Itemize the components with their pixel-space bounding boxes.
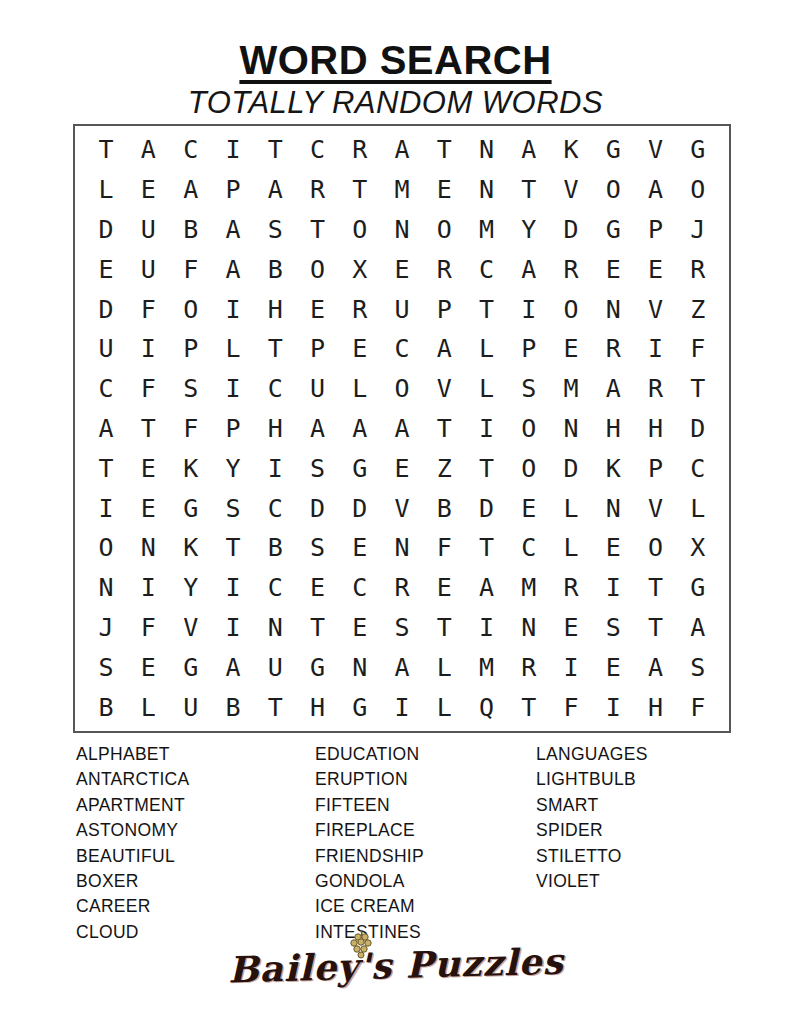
word-list-item[interactable]: CLOUD bbox=[76, 920, 190, 945]
grid-cell[interactable]: T bbox=[85, 130, 127, 170]
grid-cell[interactable]: O bbox=[423, 210, 465, 250]
word-list-item[interactable]: GONDOLA bbox=[315, 869, 424, 894]
grid-cell[interactable]: L bbox=[127, 687, 169, 727]
grid-cell[interactable]: I bbox=[592, 568, 634, 608]
grid-cell[interactable]: I bbox=[85, 488, 127, 528]
grid-cell[interactable]: B bbox=[85, 687, 127, 727]
grid-cell[interactable]: E bbox=[592, 249, 634, 289]
grid-cell[interactable]: H bbox=[254, 289, 296, 329]
grid-cell[interactable]: R bbox=[296, 170, 338, 210]
grid-cell[interactable]: F bbox=[170, 409, 212, 449]
grid-cell[interactable]: H bbox=[296, 687, 338, 727]
grid-cell[interactable]: C bbox=[254, 488, 296, 528]
grid-cell[interactable]: P bbox=[170, 329, 212, 369]
grid-cell[interactable]: L bbox=[339, 369, 381, 409]
grid-cell[interactable]: U bbox=[85, 329, 127, 369]
grid-cell[interactable]: M bbox=[381, 170, 423, 210]
grid-cell[interactable]: C bbox=[508, 528, 550, 568]
grid-cell[interactable]: M bbox=[465, 210, 507, 250]
grid-cell[interactable]: A bbox=[677, 608, 719, 648]
grid-cell[interactable]: E bbox=[127, 448, 169, 488]
grid-cell[interactable]: D bbox=[85, 289, 127, 329]
grid-cell[interactable]: S bbox=[212, 488, 254, 528]
grid-cell[interactable]: U bbox=[381, 289, 423, 329]
word-list-item[interactable]: VIOLET bbox=[536, 869, 648, 894]
grid-cell[interactable]: E bbox=[339, 528, 381, 568]
grid-cell[interactable]: A bbox=[634, 170, 676, 210]
grid-cell[interactable]: B bbox=[423, 488, 465, 528]
grid-cell[interactable]: R bbox=[550, 568, 592, 608]
grid-cell[interactable]: B bbox=[254, 528, 296, 568]
grid-cell[interactable]: I bbox=[550, 647, 592, 687]
grid-cell[interactable]: A bbox=[508, 130, 550, 170]
grid-cell[interactable]: T bbox=[508, 170, 550, 210]
grid-cell[interactable]: N bbox=[127, 528, 169, 568]
grid-cell[interactable]: P bbox=[634, 210, 676, 250]
grid-cell[interactable]: A bbox=[212, 249, 254, 289]
grid-cell[interactable]: Q bbox=[465, 687, 507, 727]
grid-cell[interactable]: R bbox=[677, 249, 719, 289]
grid-cell[interactable]: N bbox=[381, 528, 423, 568]
grid-cell[interactable]: A bbox=[85, 409, 127, 449]
grid-cell[interactable]: U bbox=[296, 369, 338, 409]
grid-cell[interactable]: G bbox=[339, 448, 381, 488]
grid-cell[interactable]: N bbox=[465, 130, 507, 170]
grid-cell[interactable]: I bbox=[212, 369, 254, 409]
grid-cell[interactable]: I bbox=[592, 687, 634, 727]
grid-cell[interactable]: A bbox=[465, 568, 507, 608]
grid-cell[interactable]: M bbox=[465, 647, 507, 687]
grid-cell[interactable]: L bbox=[550, 488, 592, 528]
grid-cell[interactable]: G bbox=[592, 130, 634, 170]
grid-cell[interactable]: E bbox=[550, 329, 592, 369]
grid-cell[interactable]: I bbox=[212, 568, 254, 608]
grid-cell[interactable]: D bbox=[296, 488, 338, 528]
grid-cell[interactable]: E bbox=[423, 568, 465, 608]
grid-cell[interactable]: L bbox=[423, 687, 465, 727]
grid-cell[interactable]: U bbox=[127, 249, 169, 289]
grid-cell[interactable]: G bbox=[592, 210, 634, 250]
grid-cell[interactable]: P bbox=[296, 329, 338, 369]
grid-cell[interactable]: F bbox=[170, 249, 212, 289]
grid-cell[interactable]: F bbox=[127, 608, 169, 648]
grid-cell[interactable]: S bbox=[296, 448, 338, 488]
word-list-item[interactable]: SMART bbox=[536, 793, 648, 818]
grid-cell[interactable]: U bbox=[170, 687, 212, 727]
grid-cell[interactable]: D bbox=[465, 488, 507, 528]
grid-cell[interactable]: I bbox=[508, 289, 550, 329]
word-list-item[interactable]: ICE CREAM bbox=[315, 894, 424, 919]
grid-cell[interactable]: B bbox=[170, 210, 212, 250]
grid-cell[interactable]: J bbox=[677, 210, 719, 250]
grid-cell[interactable]: A bbox=[254, 170, 296, 210]
grid-cell[interactable]: C bbox=[85, 369, 127, 409]
grid-cell[interactable]: T bbox=[254, 329, 296, 369]
grid-cell[interactable]: T bbox=[465, 448, 507, 488]
grid-cell[interactable]: L bbox=[85, 170, 127, 210]
word-list-item[interactable]: LANGUAGES bbox=[536, 742, 648, 767]
grid-cell[interactable]: S bbox=[381, 608, 423, 648]
grid-cell[interactable]: A bbox=[127, 130, 169, 170]
grid-cell[interactable]: V bbox=[381, 488, 423, 528]
grid-cell[interactable]: E bbox=[550, 608, 592, 648]
grid-cell[interactable]: I bbox=[634, 329, 676, 369]
word-list-item[interactable]: APARTMENT bbox=[76, 793, 190, 818]
grid-cell[interactable]: K bbox=[592, 448, 634, 488]
grid-cell[interactable]: F bbox=[423, 528, 465, 568]
grid-cell[interactable]: Z bbox=[423, 448, 465, 488]
grid-cell[interactable]: Z bbox=[677, 289, 719, 329]
grid-cell[interactable]: G bbox=[677, 568, 719, 608]
grid-cell[interactable]: T bbox=[254, 130, 296, 170]
grid-cell[interactable]: I bbox=[212, 130, 254, 170]
grid-cell[interactable]: D bbox=[550, 448, 592, 488]
grid-cell[interactable]: N bbox=[592, 289, 634, 329]
grid-cell[interactable]: S bbox=[592, 608, 634, 648]
grid-cell[interactable]: E bbox=[381, 448, 423, 488]
grid-cell[interactable]: V bbox=[634, 130, 676, 170]
word-list-item[interactable]: SPIDER bbox=[536, 818, 648, 843]
grid-cell[interactable]: O bbox=[508, 409, 550, 449]
grid-cell[interactable]: F bbox=[550, 687, 592, 727]
grid-cell[interactable]: A bbox=[381, 647, 423, 687]
grid-cell[interactable]: L bbox=[212, 329, 254, 369]
grid-cell[interactable]: V bbox=[634, 488, 676, 528]
grid-cell[interactable]: E bbox=[339, 608, 381, 648]
grid-cell[interactable]: D bbox=[677, 409, 719, 449]
grid-cell[interactable]: V bbox=[423, 369, 465, 409]
word-list-item[interactable]: EDUCATION bbox=[315, 742, 424, 767]
grid-cell[interactable]: D bbox=[85, 210, 127, 250]
grid-cell[interactable]: F bbox=[677, 687, 719, 727]
grid-cell[interactable]: A bbox=[381, 409, 423, 449]
word-list-item[interactable]: ERUPTION bbox=[315, 767, 424, 792]
brand-logo-wrap: Bailey's Puzzles bbox=[228, 944, 564, 986]
grid-cell[interactable]: K bbox=[170, 528, 212, 568]
grid-cell[interactable]: E bbox=[592, 647, 634, 687]
grid-cell[interactable]: T bbox=[339, 170, 381, 210]
grid-cell[interactable]: E bbox=[127, 170, 169, 210]
grid-cell[interactable]: J bbox=[85, 608, 127, 648]
grid-cell[interactable]: E bbox=[339, 329, 381, 369]
grid-cell[interactable]: S bbox=[170, 369, 212, 409]
grid-cell[interactable]: H bbox=[254, 409, 296, 449]
grid-cell[interactable]: I bbox=[212, 289, 254, 329]
puzzle-subtitle: TOTALLY RANDOM WORDS bbox=[0, 85, 791, 121]
grid-cell[interactable]: I bbox=[127, 568, 169, 608]
grid-cell[interactable]: T bbox=[85, 448, 127, 488]
grid-cell[interactable]: E bbox=[127, 488, 169, 528]
word-list-item[interactable]: FIREPLACE bbox=[315, 818, 424, 843]
grid-cell[interactable]: N bbox=[381, 210, 423, 250]
grid-cell[interactable]: G bbox=[339, 687, 381, 727]
grid-cell[interactable]: S bbox=[296, 528, 338, 568]
grid-cell[interactable]: O bbox=[339, 210, 381, 250]
grid-cell[interactable]: N bbox=[508, 608, 550, 648]
grid-cell[interactable]: D bbox=[339, 488, 381, 528]
grid-cell[interactable]: E bbox=[296, 289, 338, 329]
grid-cell[interactable]: M bbox=[550, 369, 592, 409]
grid-cell[interactable]: I bbox=[254, 448, 296, 488]
grid-cell[interactable]: E bbox=[381, 249, 423, 289]
word-list-column-1: ALPHABETANTARCTICAAPARTMENTASTONOMYBEAUT… bbox=[76, 742, 190, 945]
grid-cell[interactable]: O bbox=[634, 528, 676, 568]
word-list-item[interactable]: LIGHTBULB bbox=[536, 767, 648, 792]
grid-cell[interactable]: I bbox=[127, 329, 169, 369]
grid-cell[interactable]: A bbox=[170, 170, 212, 210]
grid-cell[interactable]: S bbox=[508, 369, 550, 409]
grid-cell[interactable]: F bbox=[127, 289, 169, 329]
grid-cell[interactable]: L bbox=[677, 488, 719, 528]
grid-cell[interactable]: G bbox=[170, 647, 212, 687]
grid-cell[interactable]: E bbox=[296, 568, 338, 608]
grid-cell[interactable]: U bbox=[254, 647, 296, 687]
grid-cell[interactable]: T bbox=[465, 289, 507, 329]
grid-cell[interactable]: Y bbox=[170, 568, 212, 608]
grid-cell[interactable]: E bbox=[634, 249, 676, 289]
grid-cell[interactable]: X bbox=[677, 528, 719, 568]
brand-logo: Bailey's Puzzles bbox=[0, 944, 791, 986]
grid-cell[interactable]: O bbox=[508, 448, 550, 488]
grid-cell[interactable]: I bbox=[465, 409, 507, 449]
brand-logo-text: Bailey's Puzzles bbox=[227, 940, 564, 991]
grid-cell[interactable]: D bbox=[550, 210, 592, 250]
grid-cell[interactable]: O bbox=[296, 249, 338, 289]
grid-cell[interactable]: P bbox=[212, 409, 254, 449]
grid-cell[interactable]: K bbox=[170, 448, 212, 488]
grid-cell[interactable]: O bbox=[85, 528, 127, 568]
grid-cell[interactable]: F bbox=[677, 329, 719, 369]
grid-cell[interactable]: T bbox=[127, 409, 169, 449]
grid-cell[interactable]: N bbox=[254, 608, 296, 648]
grid-cell[interactable]: T bbox=[634, 568, 676, 608]
grid-cell[interactable]: C bbox=[254, 568, 296, 608]
word-list-column-2: EDUCATIONERUPTIONFIFTEENFIREPLACEFRIENDS… bbox=[315, 742, 424, 945]
grid-cell[interactable]: A bbox=[423, 329, 465, 369]
grid-cell[interactable]: O bbox=[550, 289, 592, 329]
grid-cell[interactable]: T bbox=[296, 608, 338, 648]
grid-cell[interactable]: S bbox=[677, 647, 719, 687]
grid-cell[interactable]: T bbox=[296, 210, 338, 250]
grid-cell[interactable]: T bbox=[423, 130, 465, 170]
grid-cell[interactable]: A bbox=[508, 249, 550, 289]
word-list-item[interactable]: FIFTEEN bbox=[315, 793, 424, 818]
grid-cell[interactable]: E bbox=[592, 528, 634, 568]
grid-cell[interactable]: V bbox=[170, 608, 212, 648]
grid-cell[interactable]: T bbox=[677, 369, 719, 409]
grid-cell[interactable]: T bbox=[423, 608, 465, 648]
grid-cell[interactable]: R bbox=[592, 329, 634, 369]
word-list-item[interactable]: ANTARCTICA bbox=[76, 767, 190, 792]
grid-cell[interactable]: R bbox=[339, 130, 381, 170]
grid-cell[interactable]: C bbox=[339, 568, 381, 608]
grid-cell[interactable]: H bbox=[634, 687, 676, 727]
grid-cell[interactable]: A bbox=[339, 409, 381, 449]
grid-cell[interactable]: G bbox=[170, 488, 212, 528]
grid-cell[interactable]: E bbox=[127, 647, 169, 687]
grid-cell[interactable]: N bbox=[85, 568, 127, 608]
grid-cell[interactable]: T bbox=[254, 687, 296, 727]
grid-cell[interactable]: R bbox=[634, 369, 676, 409]
grid-cell[interactable]: B bbox=[254, 249, 296, 289]
word-list-item[interactable]: CAREER bbox=[76, 894, 190, 919]
grid-cell[interactable]: R bbox=[381, 568, 423, 608]
grid-cell[interactable]: A bbox=[212, 647, 254, 687]
grid-cell[interactable]: G bbox=[677, 130, 719, 170]
grid-cell[interactable]: C bbox=[296, 130, 338, 170]
grid-cell[interactable]: A bbox=[212, 210, 254, 250]
grid-cell[interactable]: N bbox=[339, 647, 381, 687]
grid-cell[interactable]: E bbox=[508, 488, 550, 528]
grid-cell[interactable]: T bbox=[634, 608, 676, 648]
word-list-item[interactable]: ALPHABET bbox=[76, 742, 190, 767]
word-list-item[interactable]: BOXER bbox=[76, 869, 190, 894]
grid-cell[interactable]: I bbox=[381, 687, 423, 727]
grid-cell[interactable]: L bbox=[550, 528, 592, 568]
grid-cell[interactable]: P bbox=[423, 289, 465, 329]
grid-cell[interactable]: C bbox=[170, 130, 212, 170]
grid-cell[interactable]: R bbox=[550, 249, 592, 289]
grid-cell[interactable]: O bbox=[170, 289, 212, 329]
grid-cell[interactable]: M bbox=[508, 568, 550, 608]
word-list-item[interactable]: ASTONOMY bbox=[76, 818, 190, 843]
grid-cell[interactable]: H bbox=[592, 409, 634, 449]
grid-cell[interactable]: A bbox=[381, 130, 423, 170]
grid-cell[interactable]: P bbox=[212, 170, 254, 210]
grid-cell[interactable]: A bbox=[592, 369, 634, 409]
grid-cell[interactable]: R bbox=[423, 249, 465, 289]
word-search-grid: TACITCRATNAKGVGLEAPARTMENTVOAODUBASTONOM… bbox=[73, 124, 731, 733]
grid-cell[interactable]: R bbox=[508, 647, 550, 687]
grid-cell[interactable]: F bbox=[127, 369, 169, 409]
grid-cell[interactable]: A bbox=[634, 647, 676, 687]
grid-cell[interactable]: Y bbox=[508, 210, 550, 250]
grid-cell[interactable]: C bbox=[381, 329, 423, 369]
grid-cell[interactable]: Y bbox=[212, 448, 254, 488]
grid-cell[interactable]: L bbox=[465, 329, 507, 369]
grid-cell[interactable]: T bbox=[212, 528, 254, 568]
grid-cell[interactable]: P bbox=[508, 329, 550, 369]
grid-cell[interactable]: K bbox=[550, 130, 592, 170]
word-list-column-3: LANGUAGESLIGHTBULBSMARTSPIDERSTILETTOVIO… bbox=[536, 742, 648, 894]
grid-cell[interactable]: R bbox=[339, 289, 381, 329]
grid-cell[interactable]: T bbox=[508, 687, 550, 727]
grid-cell[interactable]: V bbox=[550, 170, 592, 210]
grid-cell[interactable]: A bbox=[296, 409, 338, 449]
grid-cell[interactable]: O bbox=[592, 170, 634, 210]
grid-cell[interactable]: C bbox=[677, 448, 719, 488]
grid-cell[interactable]: G bbox=[296, 647, 338, 687]
grid-cell[interactable]: O bbox=[677, 170, 719, 210]
grid-cell[interactable]: O bbox=[381, 369, 423, 409]
grid-cell[interactable]: N bbox=[465, 170, 507, 210]
grid-cell[interactable]: N bbox=[592, 488, 634, 528]
word-list-item[interactable]: STILETTO bbox=[536, 844, 648, 869]
grid-cell[interactable]: V bbox=[634, 289, 676, 329]
grid-cell[interactable]: I bbox=[212, 608, 254, 648]
grid-cell[interactable]: N bbox=[550, 409, 592, 449]
grid-cell[interactable]: C bbox=[465, 249, 507, 289]
grid-cell[interactable]: B bbox=[212, 687, 254, 727]
grid-cell[interactable]: L bbox=[423, 647, 465, 687]
grid-cell[interactable]: E bbox=[423, 170, 465, 210]
grid-cell[interactable]: I bbox=[465, 608, 507, 648]
grid-cell[interactable]: P bbox=[634, 448, 676, 488]
grid-cell[interactable]: T bbox=[465, 528, 507, 568]
grid-cell[interactable]: X bbox=[339, 249, 381, 289]
word-list-item[interactable]: BEAUTIFUL bbox=[76, 844, 190, 869]
grid-cell[interactable]: S bbox=[85, 647, 127, 687]
puzzle-title-text: WORD SEARCH bbox=[239, 38, 551, 82]
grid-cell[interactable]: E bbox=[85, 249, 127, 289]
grid-cell[interactable]: S bbox=[254, 210, 296, 250]
word-list-item[interactable]: FRIENDSHIP bbox=[315, 844, 424, 869]
grid-cell[interactable]: H bbox=[634, 409, 676, 449]
grid-cell[interactable]: T bbox=[423, 409, 465, 449]
puzzle-title: WORD SEARCH bbox=[0, 38, 791, 83]
grid-cell[interactable]: C bbox=[254, 369, 296, 409]
grid-cell[interactable]: U bbox=[127, 210, 169, 250]
grid-cell[interactable]: L bbox=[465, 369, 507, 409]
